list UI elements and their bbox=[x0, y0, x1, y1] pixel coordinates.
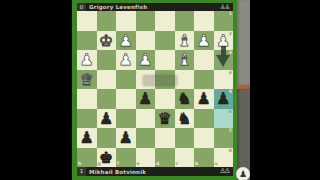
chess-board[interactable]: 1♚♟♝♟♟2♟♟♟♝3♛4♟♞♟♟5♟♛♞6♟♟7h♚gfedcb8a bbox=[77, 11, 233, 167]
black-piece-c6[interactable]: ♞ bbox=[175, 109, 195, 129]
coord-rank-label: 1 bbox=[229, 12, 232, 17]
square-d5[interactable] bbox=[155, 89, 175, 109]
square-c3[interactable]: ♝ bbox=[175, 50, 195, 70]
coord-file-label: d bbox=[156, 162, 159, 167]
square-f6[interactable] bbox=[116, 109, 136, 129]
right-letterbox bbox=[250, 0, 320, 180]
square-e8[interactable]: e bbox=[136, 148, 156, 168]
white-piece-h3[interactable]: ♟ bbox=[77, 50, 97, 70]
square-g2[interactable]: ♚ bbox=[97, 31, 117, 51]
square-b3[interactable] bbox=[194, 50, 214, 70]
coord-file-label: c bbox=[176, 162, 179, 167]
white-piece-a2[interactable]: ♟ bbox=[214, 31, 234, 51]
coord-rank-label: 8 bbox=[229, 149, 232, 154]
white-piece-f2[interactable]: ♟ bbox=[116, 31, 136, 51]
black-piece-g6[interactable]: ♟ bbox=[97, 109, 117, 129]
score-badge-bottom: 1 bbox=[77, 167, 86, 176]
square-a1[interactable]: 1 bbox=[214, 11, 234, 31]
square-b4[interactable] bbox=[194, 70, 214, 90]
square-b2[interactable]: ♟ bbox=[194, 31, 214, 51]
square-b5[interactable]: ♟ bbox=[194, 89, 214, 109]
square-a2[interactable]: ♟2 bbox=[214, 31, 234, 51]
coord-file-label: f bbox=[117, 162, 119, 167]
square-e2[interactable] bbox=[136, 31, 156, 51]
video-frame: 0 Grigory Levenfish ♟♟ 1♚♟♝♟♟2♟♟♟♝3♛4♟♞♟… bbox=[0, 0, 320, 180]
side-scrollbar bbox=[237, 0, 250, 180]
black-piece-c5[interactable]: ♞ bbox=[175, 89, 195, 109]
square-e6[interactable] bbox=[136, 109, 156, 129]
square-f7[interactable]: ♟ bbox=[116, 128, 136, 148]
square-d6[interactable]: ♛ bbox=[155, 109, 175, 129]
left-letterbox bbox=[0, 0, 72, 180]
square-d3[interactable] bbox=[155, 50, 175, 70]
square-c4[interactable] bbox=[175, 70, 195, 90]
square-g1[interactable] bbox=[97, 11, 117, 31]
square-f1[interactable] bbox=[116, 11, 136, 31]
square-a8[interactable]: 8a bbox=[214, 148, 234, 168]
player-name-top: Grigory Levenfish bbox=[86, 4, 147, 10]
black-piece-h7[interactable]: ♟ bbox=[77, 128, 97, 148]
square-b1[interactable] bbox=[194, 11, 214, 31]
square-b6[interactable] bbox=[194, 109, 214, 129]
coord-file-label: e bbox=[137, 162, 140, 167]
square-c2[interactable]: ♝ bbox=[175, 31, 195, 51]
square-f3[interactable]: ♟ bbox=[116, 50, 136, 70]
square-g5[interactable] bbox=[97, 89, 117, 109]
square-h4[interactable]: ♛ bbox=[77, 70, 97, 90]
square-h8[interactable]: h bbox=[77, 148, 97, 168]
black-piece-g8[interactable]: ♚ bbox=[97, 148, 117, 168]
captured-pieces-top: ♟♟ bbox=[219, 4, 233, 11]
square-b7[interactable] bbox=[194, 128, 214, 148]
square-c5[interactable]: ♞ bbox=[175, 89, 195, 109]
black-piece-b5[interactable]: ♟ bbox=[194, 89, 214, 109]
square-h6[interactable] bbox=[77, 109, 97, 129]
square-b8[interactable]: b bbox=[194, 148, 214, 168]
black-piece-e5[interactable]: ♟ bbox=[136, 89, 156, 109]
square-c6[interactable]: ♞ bbox=[175, 109, 195, 129]
square-g3[interactable] bbox=[97, 50, 117, 70]
square-a4[interactable]: 4 bbox=[214, 70, 234, 90]
white-piece-g2[interactable]: ♚ bbox=[97, 31, 117, 51]
square-a6[interactable]: 6 bbox=[214, 109, 234, 129]
square-d2[interactable] bbox=[155, 31, 175, 51]
square-e3[interactable]: ♟ bbox=[136, 50, 156, 70]
square-c8[interactable]: c bbox=[175, 148, 195, 168]
pawn-badge: ♟ bbox=[236, 167, 250, 180]
square-h5[interactable] bbox=[77, 89, 97, 109]
pawn-icon: ♟ bbox=[239, 170, 247, 179]
square-h2[interactable] bbox=[77, 31, 97, 51]
square-e1[interactable] bbox=[136, 11, 156, 31]
white-piece-h4[interactable]: ♛ bbox=[77, 70, 97, 90]
square-d1[interactable] bbox=[155, 11, 175, 31]
move-arrow-head bbox=[216, 55, 230, 67]
square-d8[interactable]: d bbox=[155, 148, 175, 168]
black-piece-f7[interactable]: ♟ bbox=[116, 128, 136, 148]
captured-pieces-bottom: ♙♙ bbox=[219, 168, 233, 175]
square-h1[interactable] bbox=[77, 11, 97, 31]
coord-rank-label: 4 bbox=[229, 71, 232, 76]
square-f8[interactable]: f bbox=[116, 148, 136, 168]
coord-rank-label: 6 bbox=[229, 110, 232, 115]
square-g8[interactable]: ♚g bbox=[97, 148, 117, 168]
square-g6[interactable]: ♟ bbox=[97, 109, 117, 129]
square-a7[interactable]: 7 bbox=[214, 128, 234, 148]
player-name-bottom: Mikhail Botvinnik bbox=[86, 169, 146, 175]
player-bar-top: 0 Grigory Levenfish ♟♟ bbox=[77, 3, 233, 11]
square-h3[interactable]: ♟ bbox=[77, 50, 97, 70]
white-piece-f3[interactable]: ♟ bbox=[116, 50, 136, 70]
square-h7[interactable]: ♟ bbox=[77, 128, 97, 148]
square-f4[interactable] bbox=[116, 70, 136, 90]
square-g7[interactable] bbox=[97, 128, 117, 148]
watermark bbox=[143, 75, 177, 86]
coord-file-label: b bbox=[195, 162, 198, 167]
chess-app-frame: 0 Grigory Levenfish ♟♟ 1♚♟♝♟♟2♟♟♟♝3♛4♟♞♟… bbox=[72, 0, 237, 180]
black-piece-a5[interactable]: ♟ bbox=[214, 89, 234, 109]
square-d7[interactable] bbox=[155, 128, 175, 148]
square-a5[interactable]: ♟5 bbox=[214, 89, 234, 109]
square-f2[interactable]: ♟ bbox=[116, 31, 136, 51]
white-piece-c3[interactable]: ♝ bbox=[175, 50, 195, 70]
square-e5[interactable]: ♟ bbox=[136, 89, 156, 109]
white-piece-e3[interactable]: ♟ bbox=[136, 50, 156, 70]
white-piece-b2[interactable]: ♟ bbox=[194, 31, 214, 51]
coord-rank-label: 7 bbox=[229, 129, 232, 134]
square-f5[interactable] bbox=[116, 89, 136, 109]
square-c7[interactable] bbox=[175, 128, 195, 148]
player-bar-bottom: 1 Mikhail Botvinnik ♙♙ bbox=[77, 167, 233, 176]
coord-file-label: a bbox=[215, 162, 218, 167]
coord-file-label: h bbox=[78, 162, 81, 167]
square-e7[interactable] bbox=[136, 128, 156, 148]
score-badge-top: 0 bbox=[77, 3, 86, 11]
square-c1[interactable] bbox=[175, 11, 195, 31]
black-piece-d6[interactable]: ♛ bbox=[155, 109, 175, 129]
white-piece-c2[interactable]: ♝ bbox=[175, 31, 195, 51]
square-g4[interactable] bbox=[97, 70, 117, 90]
scrollbar-track-top bbox=[237, 0, 250, 85]
